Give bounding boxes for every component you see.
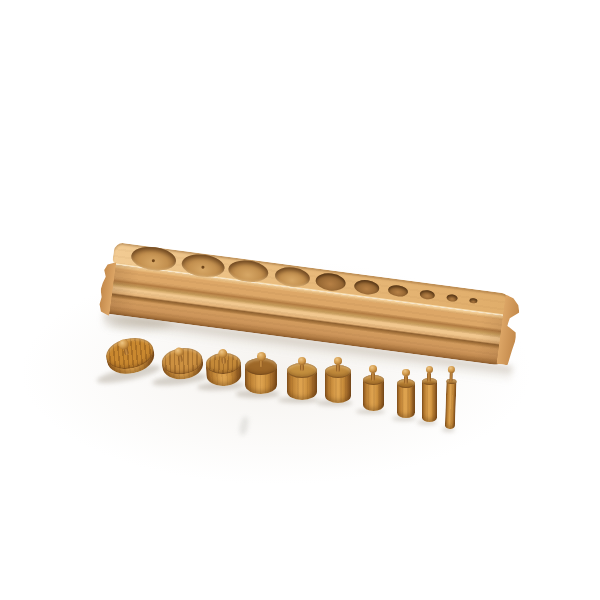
hole-5 xyxy=(315,272,347,293)
cylinder-knob-stem xyxy=(259,360,263,367)
cylinder-10 xyxy=(437,363,465,440)
hole-pilot-dot xyxy=(201,265,204,268)
cylinder-knob-stem xyxy=(371,372,374,381)
cylinder-body xyxy=(397,383,415,418)
hole-10 xyxy=(469,298,478,304)
hole-6 xyxy=(353,278,380,295)
cylinder-knob-ball xyxy=(426,366,433,373)
cylinder-knob-stem xyxy=(427,372,430,382)
cylinder-knob-stem xyxy=(404,375,407,384)
cylinder-body xyxy=(422,381,437,422)
cylinder-knob-ball xyxy=(218,349,227,358)
cylinder-knob-stem xyxy=(300,364,304,371)
cylinder-4 xyxy=(237,349,285,404)
cylinder-knob-ball xyxy=(298,357,307,366)
cylinder-7 xyxy=(355,362,392,421)
hole-7 xyxy=(387,284,408,298)
hole-8 xyxy=(419,289,435,300)
cylinder-knob-ball xyxy=(369,365,377,373)
hole-9 xyxy=(446,294,458,302)
cylinder-6 xyxy=(317,354,359,413)
cylinder-knob-ball xyxy=(257,352,266,361)
hole-4 xyxy=(273,265,310,288)
product-photo-scene: Overhead studio photo on a white backgro… xyxy=(0,0,600,600)
hole-pilot-dot xyxy=(151,259,154,262)
cylinder-knob-ball xyxy=(402,369,410,377)
cylinder-knob-ball xyxy=(448,366,455,373)
cylinder-knob-stem xyxy=(336,364,339,372)
cylinder-knob-ball xyxy=(334,357,342,365)
cylinder-body xyxy=(445,381,456,429)
